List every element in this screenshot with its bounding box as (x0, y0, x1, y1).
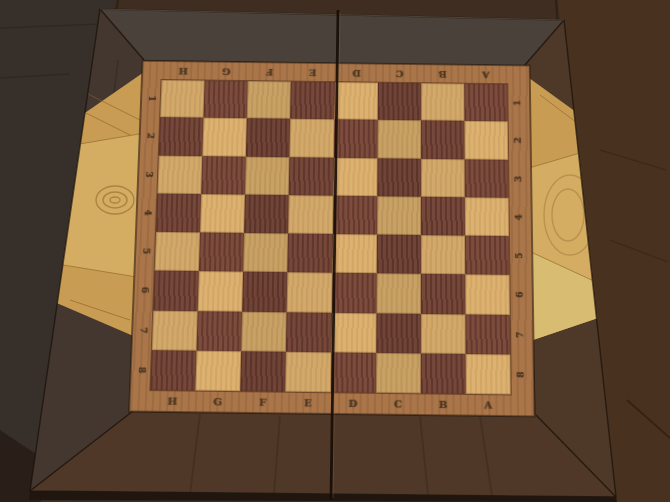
square-g7[interactable] (197, 311, 243, 351)
file-label-bottom-g: G (195, 394, 241, 410)
square-a3[interactable] (464, 159, 508, 198)
square-c4[interactable] (377, 196, 421, 235)
square-e8[interactable] (286, 352, 332, 393)
square-e1[interactable] (290, 82, 334, 120)
square-e3[interactable] (289, 157, 333, 196)
square-c8[interactable] (376, 353, 421, 394)
square-a8[interactable] (465, 354, 510, 395)
square-a5[interactable] (465, 236, 510, 276)
file-label-top-a: A (464, 68, 507, 82)
square-d5[interactable] (332, 234, 377, 273)
square-a4[interactable] (465, 197, 509, 236)
chessboard: HH11GG22FF33EE44DD55CC66BB77AA88 (129, 61, 534, 417)
file-label-bottom-c: C (375, 396, 420, 412)
square-e5[interactable] (288, 233, 333, 272)
file-label-top-e: E (291, 65, 334, 79)
square-e4[interactable] (288, 195, 333, 234)
square-c2[interactable] (377, 120, 421, 158)
square-b7[interactable] (421, 313, 466, 353)
square-h4[interactable] (156, 193, 201, 232)
square-d2[interactable] (333, 119, 377, 157)
square-h1[interactable] (160, 80, 205, 118)
square-a1[interactable] (464, 84, 508, 122)
square-f6[interactable] (242, 272, 287, 312)
file-label-top-d: D (334, 66, 377, 80)
square-f3[interactable] (245, 156, 290, 195)
board-frame-bottom (30, 411, 616, 497)
square-e7[interactable] (286, 312, 331, 352)
square-c6[interactable] (376, 273, 421, 313)
square-a7[interactable] (465, 314, 510, 354)
square-c3[interactable] (377, 158, 421, 197)
square-e2[interactable] (290, 119, 334, 157)
square-c7[interactable] (376, 313, 421, 353)
file-label-top-c: C (378, 67, 421, 81)
square-h6[interactable] (153, 271, 199, 311)
square-a6[interactable] (465, 275, 510, 315)
square-f7[interactable] (241, 311, 287, 351)
square-b2[interactable] (421, 121, 465, 159)
square-b3[interactable] (421, 158, 465, 197)
square-c5[interactable] (376, 235, 420, 275)
square-b6[interactable] (421, 274, 466, 314)
file-label-bottom-b: B (421, 396, 466, 412)
square-g3[interactable] (201, 156, 246, 195)
square-f1[interactable] (247, 81, 291, 119)
square-g6[interactable] (198, 271, 244, 311)
file-label-top-b: B (421, 67, 464, 81)
square-d8[interactable] (331, 352, 376, 393)
file-label-top-h: H (162, 64, 206, 78)
square-h3[interactable] (157, 155, 202, 194)
square-h5[interactable] (155, 232, 201, 271)
square-h7[interactable] (152, 310, 198, 350)
board-grid (150, 80, 510, 395)
file-label-bottom-d: D (330, 395, 375, 411)
square-h8[interactable] (150, 350, 196, 391)
square-g1[interactable] (204, 80, 248, 118)
file-label-bottom-a: A (466, 397, 511, 413)
file-label-top-g: G (205, 64, 249, 78)
square-f8[interactable] (240, 351, 286, 392)
square-b5[interactable] (421, 235, 465, 275)
square-e6[interactable] (287, 272, 332, 312)
square-d7[interactable] (331, 312, 376, 352)
square-d4[interactable] (333, 195, 377, 234)
square-d6[interactable] (332, 273, 377, 313)
square-g2[interactable] (202, 118, 247, 156)
square-g4[interactable] (200, 194, 245, 233)
square-b8[interactable] (421, 353, 466, 394)
file-label-bottom-h: H (150, 393, 196, 409)
file-label-bottom-f: F (240, 394, 285, 410)
square-f4[interactable] (244, 194, 289, 233)
square-b1[interactable] (421, 83, 464, 121)
square-g8[interactable] (195, 350, 241, 391)
file-label-top-f: F (248, 65, 291, 79)
square-d3[interactable] (333, 157, 377, 196)
square-f2[interactable] (246, 118, 290, 156)
square-c1[interactable] (377, 83, 420, 121)
square-b4[interactable] (421, 196, 465, 235)
square-g5[interactable] (199, 232, 244, 271)
square-f5[interactable] (243, 233, 288, 272)
photo-of-chessboard: HH11GG22FF33EE44DD55CC66BB77AA88 (0, 0, 670, 502)
square-h2[interactable] (159, 117, 204, 155)
square-a2[interactable] (464, 121, 508, 159)
square-d1[interactable] (334, 82, 378, 120)
file-label-bottom-e: E (285, 395, 330, 411)
